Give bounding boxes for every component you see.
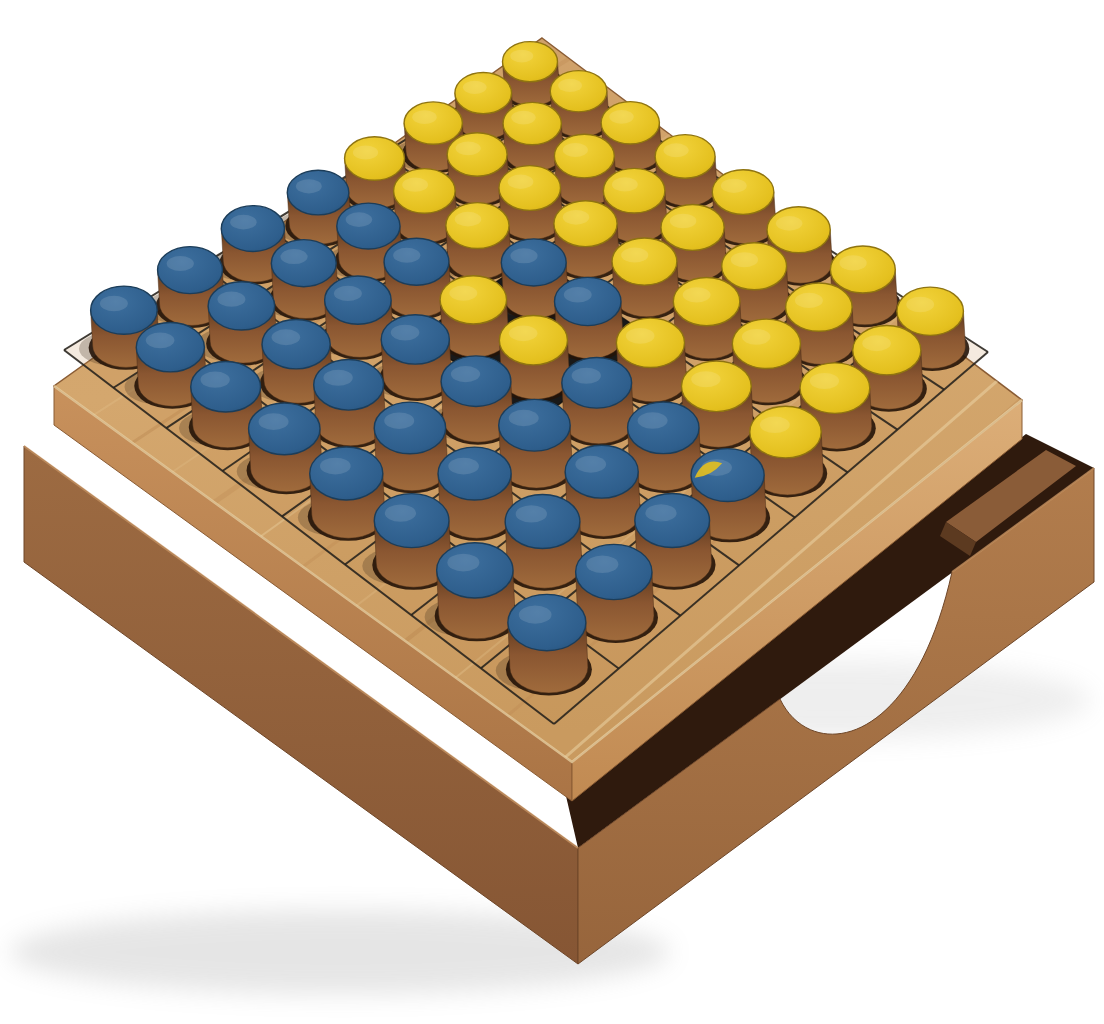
reversi-travel-set <box>0 0 1104 1024</box>
photo-scene <box>0 0 1104 1024</box>
